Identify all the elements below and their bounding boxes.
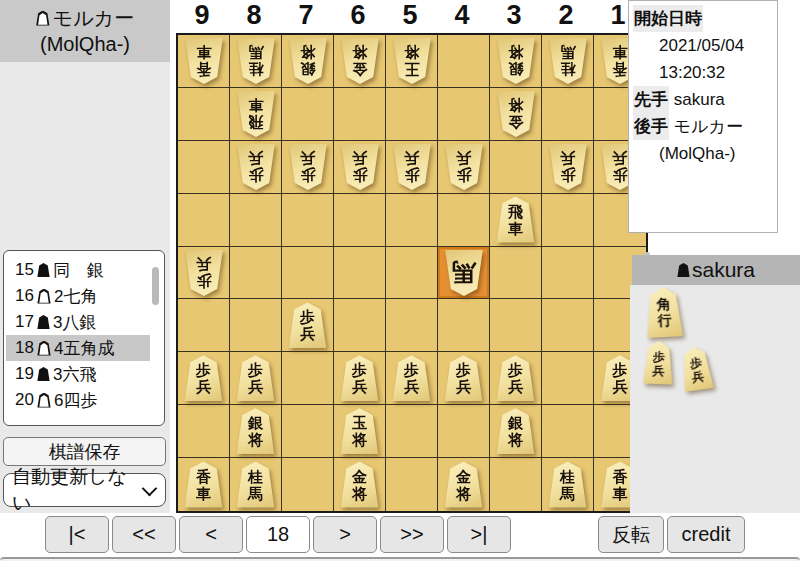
gote-piece: 飛車 (236, 91, 276, 137)
sente-piece: 銀将 (236, 408, 276, 454)
square-3四[interactable]: 飛車 (490, 194, 542, 247)
gote-piece: 歩兵 (340, 144, 380, 190)
back-10-button[interactable]: << (112, 516, 176, 553)
prev-move-button[interactable]: < (179, 516, 243, 553)
square-5五[interactable] (386, 247, 438, 300)
sente-piece: 歩兵 (392, 355, 432, 401)
gote-name: モルカー (674, 117, 743, 136)
move-item-15[interactable]: 15同 銀 (6, 257, 150, 283)
start-date: 2021/05/04 (633, 32, 777, 59)
square-9五[interactable]: 歩兵 (178, 247, 230, 300)
square-2四[interactable] (542, 194, 594, 247)
square-2八[interactable] (542, 405, 594, 458)
gote-player-name: モルカー (53, 5, 134, 31)
start-datetime-label: 開始日時 (633, 5, 703, 32)
gote-piece: 銀将 (496, 38, 536, 84)
gote-piece: 歩兵 (288, 144, 328, 190)
square-5一[interactable]: 王将 (386, 35, 438, 88)
gote-name-sub: (MolQha-) (633, 140, 777, 167)
move-text: 4五角成 (54, 337, 114, 360)
file-label-2: 2 (540, 0, 592, 31)
square-7二[interactable] (282, 88, 334, 141)
gote-label: 後手 (633, 113, 669, 140)
sente-hand-歩兵[interactable]: 歩兵 (678, 345, 715, 392)
gote-piece: 桂馬 (236, 38, 276, 84)
square-9二[interactable] (178, 88, 230, 141)
gote-piece: 歩兵 (236, 144, 276, 190)
sente-piece: 金将 (340, 462, 380, 508)
square-8八[interactable]: 銀将 (230, 405, 282, 458)
square-4八[interactable] (438, 405, 490, 458)
start-time: 13:20:32 (633, 59, 777, 86)
square-6三[interactable]: 歩兵 (334, 141, 386, 194)
move-item-19[interactable]: 193六飛 (6, 361, 150, 387)
square-7一[interactable]: 銀将 (282, 35, 334, 88)
move-number: 18 (12, 338, 34, 358)
square-8七[interactable]: 歩兵 (230, 352, 282, 405)
file-headers: 987654321 (176, 0, 644, 31)
move-item-18[interactable]: 184五角成 (6, 335, 150, 361)
sente-piece: 歩兵 (184, 355, 224, 401)
square-4四[interactable] (438, 194, 490, 247)
square-4一[interactable] (438, 35, 490, 88)
square-2三[interactable]: 歩兵 (542, 141, 594, 194)
square-3八[interactable]: 銀将 (490, 405, 542, 458)
sente-piece: 桂馬 (236, 462, 276, 508)
move-text: 同 銀 (53, 259, 104, 282)
game-info-panel: 開始日時 2021/05/04 13:20:32 先手 sakura 後手 モル… (628, 0, 778, 233)
sente-piece: 香車 (184, 462, 224, 508)
square-9六[interactable] (178, 299, 230, 352)
current-move-number[interactable]: 18 (246, 516, 310, 553)
sente-piece: 玉将 (340, 408, 380, 454)
square-4五[interactable]: 馬 (438, 247, 490, 300)
file-label-5: 5 (384, 0, 436, 31)
sente-hand-角行[interactable]: 角行 (644, 286, 685, 338)
sente-piece: 歩兵 (340, 355, 380, 401)
sente-label: 先手 (633, 86, 669, 113)
gote-piece: 香車 (184, 38, 224, 84)
file-label-6: 6 (332, 0, 384, 31)
square-9一[interactable]: 香車 (178, 35, 230, 88)
move-text: 2七角 (54, 285, 97, 308)
chevron-down-icon (142, 480, 157, 495)
sente-player-bar: sakura (632, 255, 800, 285)
square-7六[interactable]: 歩兵 (282, 299, 334, 352)
sente-player-name: sakura (692, 258, 755, 282)
square-6八[interactable]: 玉将 (334, 405, 386, 458)
bottom-panel-edge (0, 557, 800, 561)
move-number: 16 (12, 286, 34, 306)
square-9七[interactable]: 歩兵 (178, 352, 230, 405)
square-4七[interactable]: 歩兵 (438, 352, 490, 405)
square-8六[interactable] (230, 299, 282, 352)
square-5七[interactable]: 歩兵 (386, 352, 438, 405)
move-number: 17 (12, 312, 34, 332)
square-2五[interactable] (542, 247, 594, 300)
move-text: 6四歩 (54, 389, 97, 412)
sente-piece: 歩兵 (444, 355, 484, 401)
square-3九[interactable] (490, 458, 542, 511)
square-2一[interactable]: 桂馬 (542, 35, 594, 88)
square-8五[interactable] (230, 247, 282, 300)
gote-piece: 馬 (444, 250, 484, 296)
square-7四[interactable] (282, 194, 334, 247)
square-6七[interactable]: 歩兵 (334, 352, 386, 405)
square-5九[interactable] (386, 458, 438, 511)
shogi-app: モルカー (MolQha-) 15同 銀162七角173八銀184五角成193六… (0, 0, 800, 561)
gote-piece: 桂馬 (548, 38, 588, 84)
sente-piece: 桂馬 (548, 462, 588, 508)
square-8四[interactable] (230, 194, 282, 247)
move-number: 15 (12, 260, 34, 280)
file-label-7: 7 (280, 0, 332, 31)
credit-button[interactable]: credit (667, 516, 745, 553)
square-6九[interactable]: 金将 (334, 458, 386, 511)
square-3六[interactable] (490, 299, 542, 352)
square-6一[interactable]: 金将 (334, 35, 386, 88)
sente-piece: 飛車 (496, 197, 536, 243)
square-3三[interactable] (490, 141, 542, 194)
gote-piece-icon (37, 341, 51, 356)
sente-hand-tray: 角行歩兵歩兵 (630, 285, 800, 513)
gote-player-box: モルカー (MolQha-) (0, 0, 170, 62)
sente-piece: 銀将 (496, 408, 536, 454)
square-8二[interactable]: 飛車 (230, 88, 282, 141)
square-7七[interactable] (282, 352, 334, 405)
gote-piece: 金将 (496, 91, 536, 137)
sente-piece: 歩兵 (236, 355, 276, 401)
gote-piece: 金将 (340, 38, 380, 84)
square-4六[interactable] (438, 299, 490, 352)
square-9四[interactable] (178, 194, 230, 247)
last-move-button[interactable]: >| (447, 516, 511, 553)
square-6五[interactable] (334, 247, 386, 300)
square-7九[interactable] (282, 458, 334, 511)
square-7五[interactable] (282, 247, 334, 300)
square-5六[interactable] (386, 299, 438, 352)
square-8三[interactable]: 歩兵 (230, 141, 282, 194)
sente-name: sakura (674, 90, 725, 109)
move-item-17[interactable]: 173八銀 (6, 309, 150, 335)
move-list-scrollbar[interactable] (152, 267, 159, 305)
sente-piece-icon (37, 367, 50, 381)
next-move-button[interactable]: > (313, 516, 377, 553)
square-4三[interactable]: 歩兵 (438, 141, 490, 194)
move-text: 3八銀 (53, 311, 96, 334)
square-6六[interactable] (334, 299, 386, 352)
sente-piece-icon (37, 315, 50, 329)
save-kifu-button[interactable]: 棋譜保存 (3, 437, 166, 466)
move-number: 19 (12, 364, 34, 384)
sente-piece: 金将 (444, 462, 484, 508)
square-6四[interactable] (334, 194, 386, 247)
move-list[interactable]: 15同 銀162七角173八銀184五角成193六飛206四歩 (3, 250, 165, 426)
move-item-20[interactable]: 206四歩 (6, 387, 150, 413)
square-3五[interactable] (490, 247, 542, 300)
file-label-4: 4 (436, 0, 488, 31)
sente-piece-icon (677, 263, 690, 277)
file-label-3: 3 (488, 0, 540, 31)
square-2六[interactable] (542, 299, 594, 352)
square-7三[interactable]: 歩兵 (282, 141, 334, 194)
square-5八[interactable] (386, 405, 438, 458)
square-3二[interactable]: 金将 (490, 88, 542, 141)
move-text: 3六飛 (53, 363, 96, 386)
auto-update-select[interactable]: 自動更新しない (3, 473, 166, 507)
sente-piece: 歩兵 (288, 302, 328, 348)
gote-piece: 銀将 (288, 38, 328, 84)
square-5三[interactable]: 歩兵 (386, 141, 438, 194)
file-label-9: 9 (176, 0, 228, 31)
forward-10-button[interactable]: >> (380, 516, 444, 553)
shogi-board: 香車桂馬銀将金将王将銀将桂馬香車飛車金将歩兵歩兵歩兵歩兵歩兵歩兵歩兵飛車歩兵馬歩… (176, 33, 648, 513)
gote-piece: 歩兵 (444, 144, 484, 190)
square-7八[interactable] (282, 405, 334, 458)
square-2九[interactable]: 桂馬 (542, 458, 594, 511)
move-item-16[interactable]: 162七角 (6, 283, 150, 309)
square-8九[interactable]: 桂馬 (230, 458, 282, 511)
square-9八[interactable] (178, 405, 230, 458)
square-6二[interactable] (334, 88, 386, 141)
gote-piece-icon (37, 393, 51, 408)
square-5四[interactable] (386, 194, 438, 247)
sente-piece: 歩兵 (496, 355, 536, 401)
square-3七[interactable]: 歩兵 (490, 352, 542, 405)
square-2二[interactable] (542, 88, 594, 141)
gote-piece: 歩兵 (392, 144, 432, 190)
gote-player-id: (MolQha-) (40, 31, 130, 57)
square-9九[interactable]: 香車 (178, 458, 230, 511)
sente-piece-icon (37, 263, 50, 277)
square-8一[interactable]: 桂馬 (230, 35, 282, 88)
gote-piece: 歩兵 (548, 144, 588, 190)
flip-board-button[interactable]: 反転 (598, 516, 664, 553)
move-number: 20 (12, 390, 34, 410)
square-9三[interactable] (178, 141, 230, 194)
square-4九[interactable]: 金将 (438, 458, 490, 511)
auto-update-value: 自動更新しない (12, 464, 144, 516)
square-5二[interactable] (386, 88, 438, 141)
square-4二[interactable] (438, 88, 490, 141)
square-2七[interactable] (542, 352, 594, 405)
gote-piece: 歩兵 (184, 250, 224, 296)
gote-piece: 王将 (392, 38, 432, 84)
gote-piece-icon (36, 11, 50, 26)
first-move-button[interactable]: |< (45, 516, 109, 553)
gote-piece-icon (37, 289, 51, 304)
file-label-8: 8 (228, 0, 280, 31)
sente-hand-歩兵[interactable]: 歩兵 (642, 340, 674, 384)
square-3一[interactable]: 銀将 (490, 35, 542, 88)
